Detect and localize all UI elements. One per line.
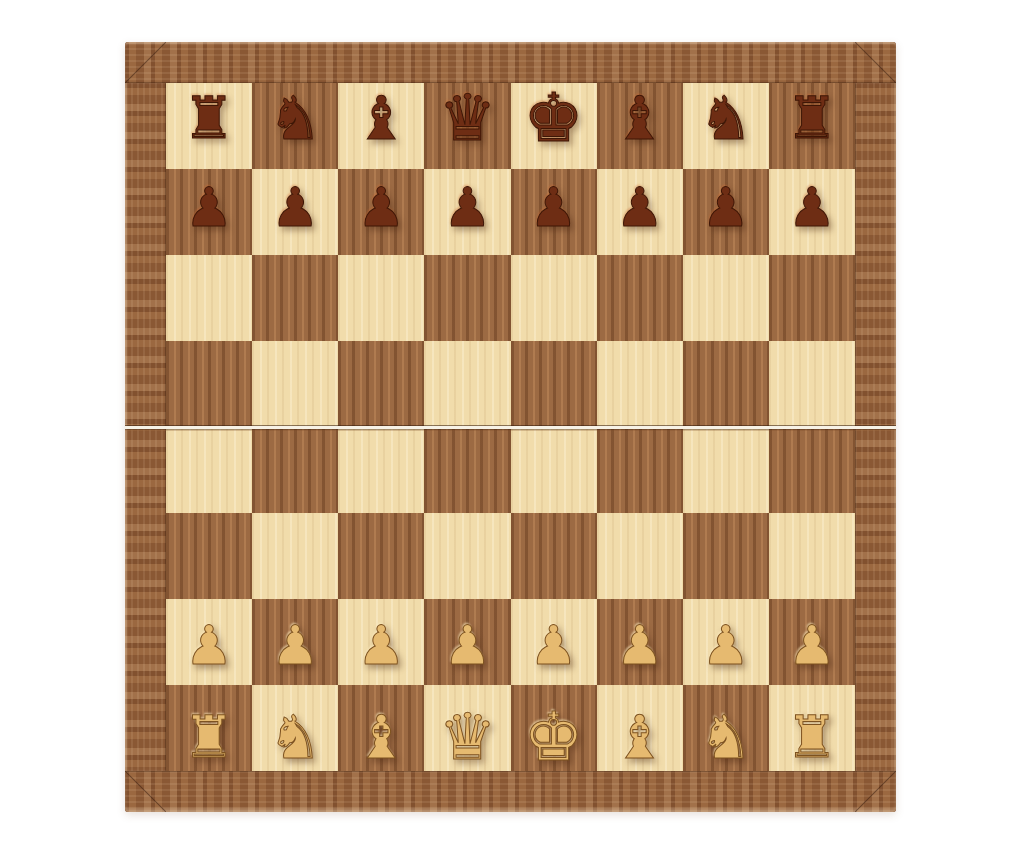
piece-light-pawn-a2[interactable]: ♟ [185,619,233,673]
square-c4[interactable] [338,427,424,513]
square-b6[interactable] [252,255,338,341]
square-f3[interactable] [597,513,683,599]
frame-miter-joint [125,42,166,83]
fold-hinge-seam [125,425,896,431]
square-b1[interactable]: ♞ [252,685,338,771]
piece-dark-knight-g8[interactable]: ♞ [699,88,753,148]
square-h1[interactable]: ♜ [769,685,855,771]
chess-board: ♜♞♝♛♚♝♞♜♟♟♟♟♟♟♟♟♟♟♟♟♟♟♟♟♜♞♝♛♚♝♞♜ [125,42,896,812]
piece-dark-bishop-c8[interactable]: ♝ [354,88,408,148]
square-d3[interactable] [424,513,510,599]
square-f7[interactable]: ♟ [597,169,683,255]
square-e3[interactable] [511,513,597,599]
frame-miter-joint [125,771,166,812]
square-b5[interactable] [252,341,338,427]
square-g1[interactable]: ♞ [683,685,769,771]
piece-light-king-e1[interactable]: ♚ [524,704,584,771]
piece-light-pawn-e2[interactable]: ♟ [529,619,577,673]
square-f6[interactable] [597,255,683,341]
square-c8[interactable]: ♝ [338,83,424,169]
square-g3[interactable] [683,513,769,599]
board-frame-bottom [125,771,896,812]
square-d5[interactable] [424,341,510,427]
square-g6[interactable] [683,255,769,341]
square-c7[interactable]: ♟ [338,169,424,255]
piece-dark-pawn-f7[interactable]: ♟ [615,181,663,235]
piece-light-bishop-c1[interactable]: ♝ [354,707,408,767]
square-h8[interactable]: ♜ [769,83,855,169]
piece-light-rook-h1[interactable]: ♜ [786,708,838,766]
piece-light-knight-b1[interactable]: ♞ [268,707,322,767]
square-e4[interactable] [511,427,597,513]
piece-dark-pawn-a7[interactable]: ♟ [185,181,233,235]
square-b3[interactable] [252,513,338,599]
square-d2[interactable]: ♟ [424,599,510,685]
square-g2[interactable]: ♟ [683,599,769,685]
piece-dark-pawn-e7[interactable]: ♟ [529,181,577,235]
square-d4[interactable] [424,427,510,513]
square-d7[interactable]: ♟ [424,169,510,255]
piece-dark-king-e8[interactable]: ♚ [524,85,584,152]
piece-light-knight-g1[interactable]: ♞ [699,707,753,767]
piece-dark-rook-a8[interactable]: ♜ [183,89,235,147]
square-f1[interactable]: ♝ [597,685,683,771]
square-a7[interactable]: ♟ [166,169,252,255]
piece-dark-bishop-f8[interactable]: ♝ [613,88,667,148]
square-g8[interactable]: ♞ [683,83,769,169]
piece-dark-pawn-g7[interactable]: ♟ [702,181,750,235]
square-d8[interactable]: ♛ [424,83,510,169]
piece-dark-rook-h8[interactable]: ♜ [786,89,838,147]
frame-miter-joint [855,42,896,83]
square-e5[interactable] [511,341,597,427]
piece-light-pawn-c2[interactable]: ♟ [357,619,405,673]
square-d6[interactable] [424,255,510,341]
square-e2[interactable]: ♟ [511,599,597,685]
piece-light-pawn-b2[interactable]: ♟ [271,619,319,673]
square-g5[interactable] [683,341,769,427]
square-b4[interactable] [252,427,338,513]
square-c3[interactable] [338,513,424,599]
square-c6[interactable] [338,255,424,341]
square-b7[interactable]: ♟ [252,169,338,255]
piece-dark-pawn-c7[interactable]: ♟ [357,181,405,235]
square-h2[interactable]: ♟ [769,599,855,685]
piece-dark-queen-d8[interactable]: ♛ [439,86,496,150]
square-a1[interactable]: ♜ [166,685,252,771]
square-f5[interactable] [597,341,683,427]
square-g7[interactable]: ♟ [683,169,769,255]
piece-light-pawn-d2[interactable]: ♟ [443,619,491,673]
square-f2[interactable]: ♟ [597,599,683,685]
piece-dark-pawn-h7[interactable]: ♟ [788,181,836,235]
square-e1[interactable]: ♚ [511,685,597,771]
square-h7[interactable]: ♟ [769,169,855,255]
square-a5[interactable] [166,341,252,427]
square-a3[interactable] [166,513,252,599]
square-a4[interactable] [166,427,252,513]
square-f8[interactable]: ♝ [597,83,683,169]
square-h5[interactable] [769,341,855,427]
square-a2[interactable]: ♟ [166,599,252,685]
square-h6[interactable] [769,255,855,341]
square-a6[interactable] [166,255,252,341]
square-b2[interactable]: ♟ [252,599,338,685]
square-f4[interactable] [597,427,683,513]
piece-dark-knight-b8[interactable]: ♞ [268,88,322,148]
square-e6[interactable] [511,255,597,341]
square-c1[interactable]: ♝ [338,685,424,771]
square-c2[interactable]: ♟ [338,599,424,685]
piece-light-pawn-h2[interactable]: ♟ [788,619,836,673]
piece-light-bishop-f1[interactable]: ♝ [613,707,667,767]
piece-dark-pawn-d7[interactable]: ♟ [443,181,491,235]
square-e7[interactable]: ♟ [511,169,597,255]
square-e8[interactable]: ♚ [511,83,597,169]
piece-dark-pawn-b7[interactable]: ♟ [271,181,319,235]
piece-light-pawn-f2[interactable]: ♟ [615,619,663,673]
frame-miter-joint [855,771,896,812]
piece-light-rook-a1[interactable]: ♜ [183,708,235,766]
square-a8[interactable]: ♜ [166,83,252,169]
piece-light-pawn-g2[interactable]: ♟ [702,619,750,673]
square-h3[interactable] [769,513,855,599]
square-d1[interactable]: ♛ [424,685,510,771]
square-b8[interactable]: ♞ [252,83,338,169]
piece-light-queen-d1[interactable]: ♛ [439,705,496,769]
square-g4[interactable] [683,427,769,513]
board-frame-top [125,42,896,83]
square-h4[interactable] [769,427,855,513]
square-c5[interactable] [338,341,424,427]
